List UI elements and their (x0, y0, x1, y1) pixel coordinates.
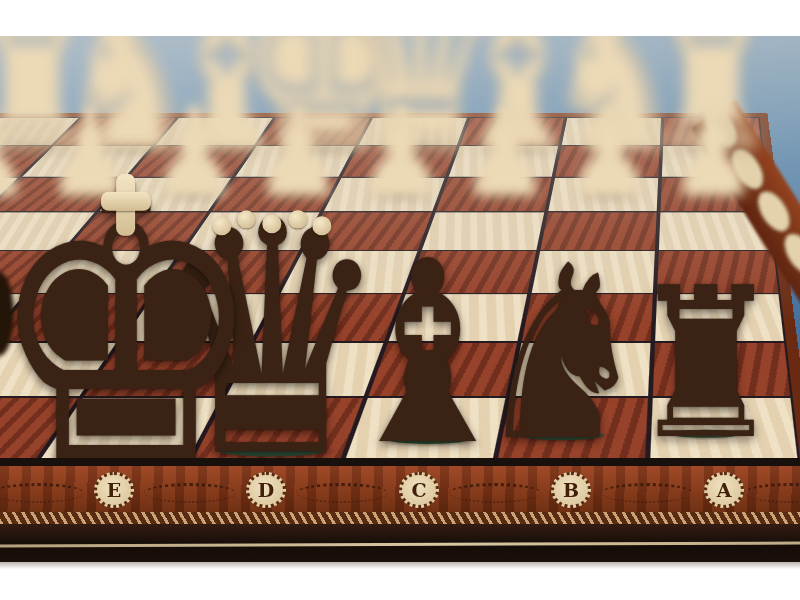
ornament-scroll (296, 483, 388, 503)
pawn-glyph: ♟ (563, 90, 655, 215)
frame-border-line (0, 458, 800, 466)
file-label-a: A (704, 472, 744, 508)
file-letter-band: HGFEDCBA (0, 466, 800, 512)
file-label-c: C (399, 472, 439, 508)
board-drop-shadow (0, 562, 800, 569)
box-front-face (0, 524, 800, 562)
chess-photo-stage: ♜♞♝♚♛♝♞♜♟♟♟♟♟♟♟♟♜♞♝♛♚ HGFEDCBA (0, 0, 800, 600)
box-seam-line (0, 542, 800, 548)
ornament-scroll (144, 483, 236, 503)
file-label-d: D (246, 472, 286, 508)
file-label-e: E (94, 472, 134, 508)
photo-white-band-bottom (0, 562, 800, 600)
rope-carving-strip (0, 512, 800, 524)
pawn-glyph: ♟ (459, 90, 551, 215)
photo-white-band-top (0, 0, 800, 36)
ornament-scroll (744, 483, 800, 503)
king-cross-horizontal (101, 192, 150, 211)
ornament-scroll (601, 483, 693, 503)
piece-white-pawn-a2[interactable]: ♟ (657, 90, 769, 215)
ornament-scroll (0, 483, 84, 503)
file-label-b: B (551, 472, 591, 508)
piece-white-pawn-c2[interactable]: ♟ (449, 90, 561, 215)
pawn-glyph: ♟ (667, 90, 759, 215)
ornament-scroll (449, 483, 541, 503)
piece-white-pawn-b2[interactable]: ♟ (553, 90, 665, 215)
queen-crown-ball (313, 216, 332, 235)
